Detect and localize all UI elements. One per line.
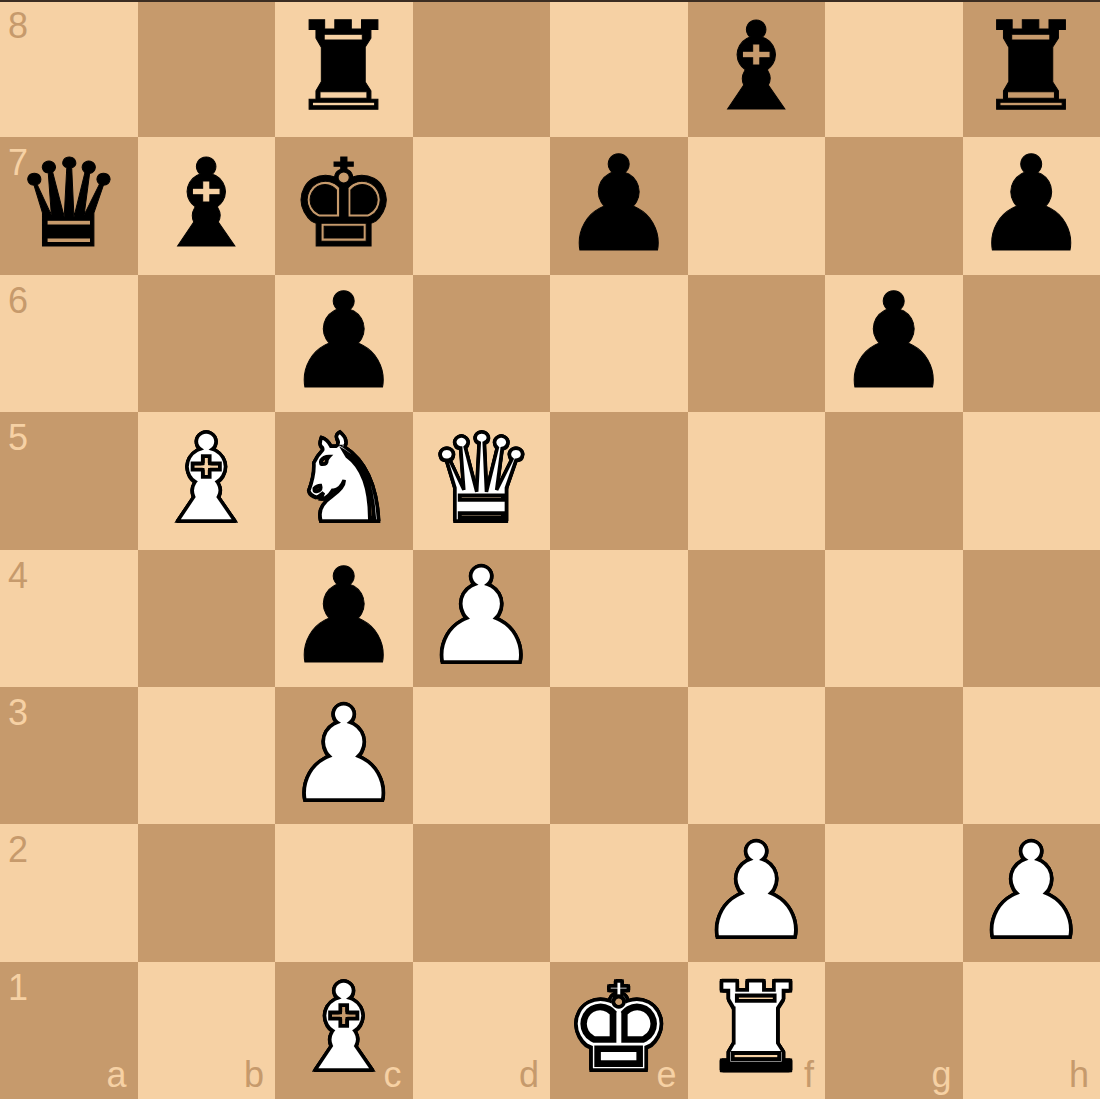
rank-label-1: 1 — [8, 970, 28, 1006]
square-h2[interactable]: ♟ — [963, 824, 1100, 961]
rank-label-3: 3 — [8, 695, 28, 731]
black-pawn[interactable]: ♟ — [972, 138, 1090, 270]
square-f6[interactable] — [688, 275, 826, 412]
square-d8[interactable] — [413, 0, 551, 137]
square-e2[interactable] — [550, 824, 688, 961]
square-b3[interactable] — [138, 687, 276, 824]
rank-label-5: 5 — [8, 420, 28, 456]
rank-label-8: 8 — [8, 8, 28, 44]
square-d1[interactable]: d — [413, 962, 551, 1099]
square-f5[interactable] — [688, 412, 826, 549]
square-f1[interactable]: f♜ — [688, 962, 826, 1099]
black-pawn[interactable]: ♟ — [835, 275, 953, 407]
square-b4[interactable] — [138, 550, 276, 687]
square-c1[interactable]: c♝ — [275, 962, 413, 1099]
white-pawn[interactable]: ♟ — [422, 550, 540, 682]
square-b2[interactable] — [138, 824, 276, 961]
square-f4[interactable] — [688, 550, 826, 687]
square-f7[interactable] — [688, 137, 826, 274]
square-a5[interactable]: 5 — [0, 412, 138, 549]
square-e5[interactable] — [550, 412, 688, 549]
square-c3[interactable]: ♟ — [275, 687, 413, 824]
square-d6[interactable] — [413, 275, 551, 412]
black-bishop[interactable]: ♝ — [152, 143, 261, 265]
square-e6[interactable] — [550, 275, 688, 412]
square-e4[interactable] — [550, 550, 688, 687]
black-pawn[interactable]: ♟ — [285, 550, 403, 682]
square-h7[interactable]: ♟ — [963, 137, 1100, 274]
file-label-a: a — [106, 1057, 126, 1093]
black-king[interactable]: ♚ — [289, 143, 398, 265]
square-h1[interactable]: h — [963, 962, 1100, 1099]
square-b1[interactable]: b — [138, 962, 276, 1099]
file-label-h: h — [1069, 1057, 1089, 1093]
rank-label-6: 6 — [8, 283, 28, 319]
square-h3[interactable] — [963, 687, 1100, 824]
square-a2[interactable]: 2 — [0, 824, 138, 961]
black-bishop[interactable]: ♝ — [702, 6, 811, 128]
rank-label-2: 2 — [8, 832, 28, 868]
square-f3[interactable] — [688, 687, 826, 824]
white-rook[interactable]: ♜ — [702, 967, 811, 1089]
square-b7[interactable]: ♝ — [138, 137, 276, 274]
square-g7[interactable] — [825, 137, 963, 274]
square-g3[interactable] — [825, 687, 963, 824]
square-c5[interactable]: ♞ — [275, 412, 413, 549]
square-h4[interactable] — [963, 550, 1100, 687]
square-c4[interactable]: ♟ — [275, 550, 413, 687]
square-f8[interactable]: ♝ — [688, 0, 826, 137]
square-a6[interactable]: 6 — [0, 275, 138, 412]
black-queen[interactable]: ♛ — [14, 143, 123, 265]
square-h6[interactable] — [963, 275, 1100, 412]
square-b5[interactable]: ♝ — [138, 412, 276, 549]
chess-board: 8♜♝♜7♛♝♚♟♟6♟♟5♝♞♛4♟♟3♟2♟♟1abc♝de♚f♜gh — [0, 0, 1100, 1099]
white-pawn[interactable]: ♟ — [972, 825, 1090, 957]
square-c6[interactable]: ♟ — [275, 275, 413, 412]
file-label-b: b — [244, 1057, 264, 1093]
black-rook[interactable]: ♜ — [289, 6, 398, 128]
square-c2[interactable] — [275, 824, 413, 961]
white-knight[interactable]: ♞ — [289, 418, 398, 540]
square-g2[interactable] — [825, 824, 963, 961]
square-e1[interactable]: e♚ — [550, 962, 688, 1099]
square-b6[interactable] — [138, 275, 276, 412]
square-a8[interactable]: 8 — [0, 0, 138, 137]
white-pawn[interactable]: ♟ — [285, 688, 403, 820]
square-e3[interactable] — [550, 687, 688, 824]
square-h8[interactable]: ♜ — [963, 0, 1100, 137]
black-rook[interactable]: ♜ — [977, 6, 1086, 128]
square-e7[interactable]: ♟ — [550, 137, 688, 274]
square-d4[interactable]: ♟ — [413, 550, 551, 687]
square-g8[interactable] — [825, 0, 963, 137]
square-h5[interactable] — [963, 412, 1100, 549]
file-label-d: d — [519, 1057, 539, 1093]
square-a4[interactable]: 4 — [0, 550, 138, 687]
square-c7[interactable]: ♚ — [275, 137, 413, 274]
white-bishop[interactable]: ♝ — [289, 967, 398, 1089]
white-bishop[interactable]: ♝ — [152, 418, 261, 540]
square-d3[interactable] — [413, 687, 551, 824]
window-top-edge — [0, 0, 1100, 2]
chess-board-container: 8♜♝♜7♛♝♚♟♟6♟♟5♝♞♛4♟♟3♟2♟♟1abc♝de♚f♜gh — [0, 0, 1100, 1099]
square-a1[interactable]: 1a — [0, 962, 138, 1099]
white-king[interactable]: ♚ — [564, 967, 673, 1089]
rank-label-4: 4 — [8, 558, 28, 594]
square-d7[interactable] — [413, 137, 551, 274]
square-d5[interactable]: ♛ — [413, 412, 551, 549]
square-g5[interactable] — [825, 412, 963, 549]
square-g4[interactable] — [825, 550, 963, 687]
square-a7[interactable]: 7♛ — [0, 137, 138, 274]
square-c8[interactable]: ♜ — [275, 0, 413, 137]
white-pawn[interactable]: ♟ — [697, 825, 815, 957]
square-g1[interactable]: g — [825, 962, 963, 1099]
black-pawn[interactable]: ♟ — [560, 138, 678, 270]
white-queen[interactable]: ♛ — [427, 418, 536, 540]
square-g6[interactable]: ♟ — [825, 275, 963, 412]
square-a3[interactable]: 3 — [0, 687, 138, 824]
black-pawn[interactable]: ♟ — [285, 275, 403, 407]
square-e8[interactable] — [550, 0, 688, 137]
file-label-g: g — [931, 1057, 951, 1093]
square-f2[interactable]: ♟ — [688, 824, 826, 961]
square-b8[interactable] — [138, 0, 276, 137]
square-d2[interactable] — [413, 824, 551, 961]
